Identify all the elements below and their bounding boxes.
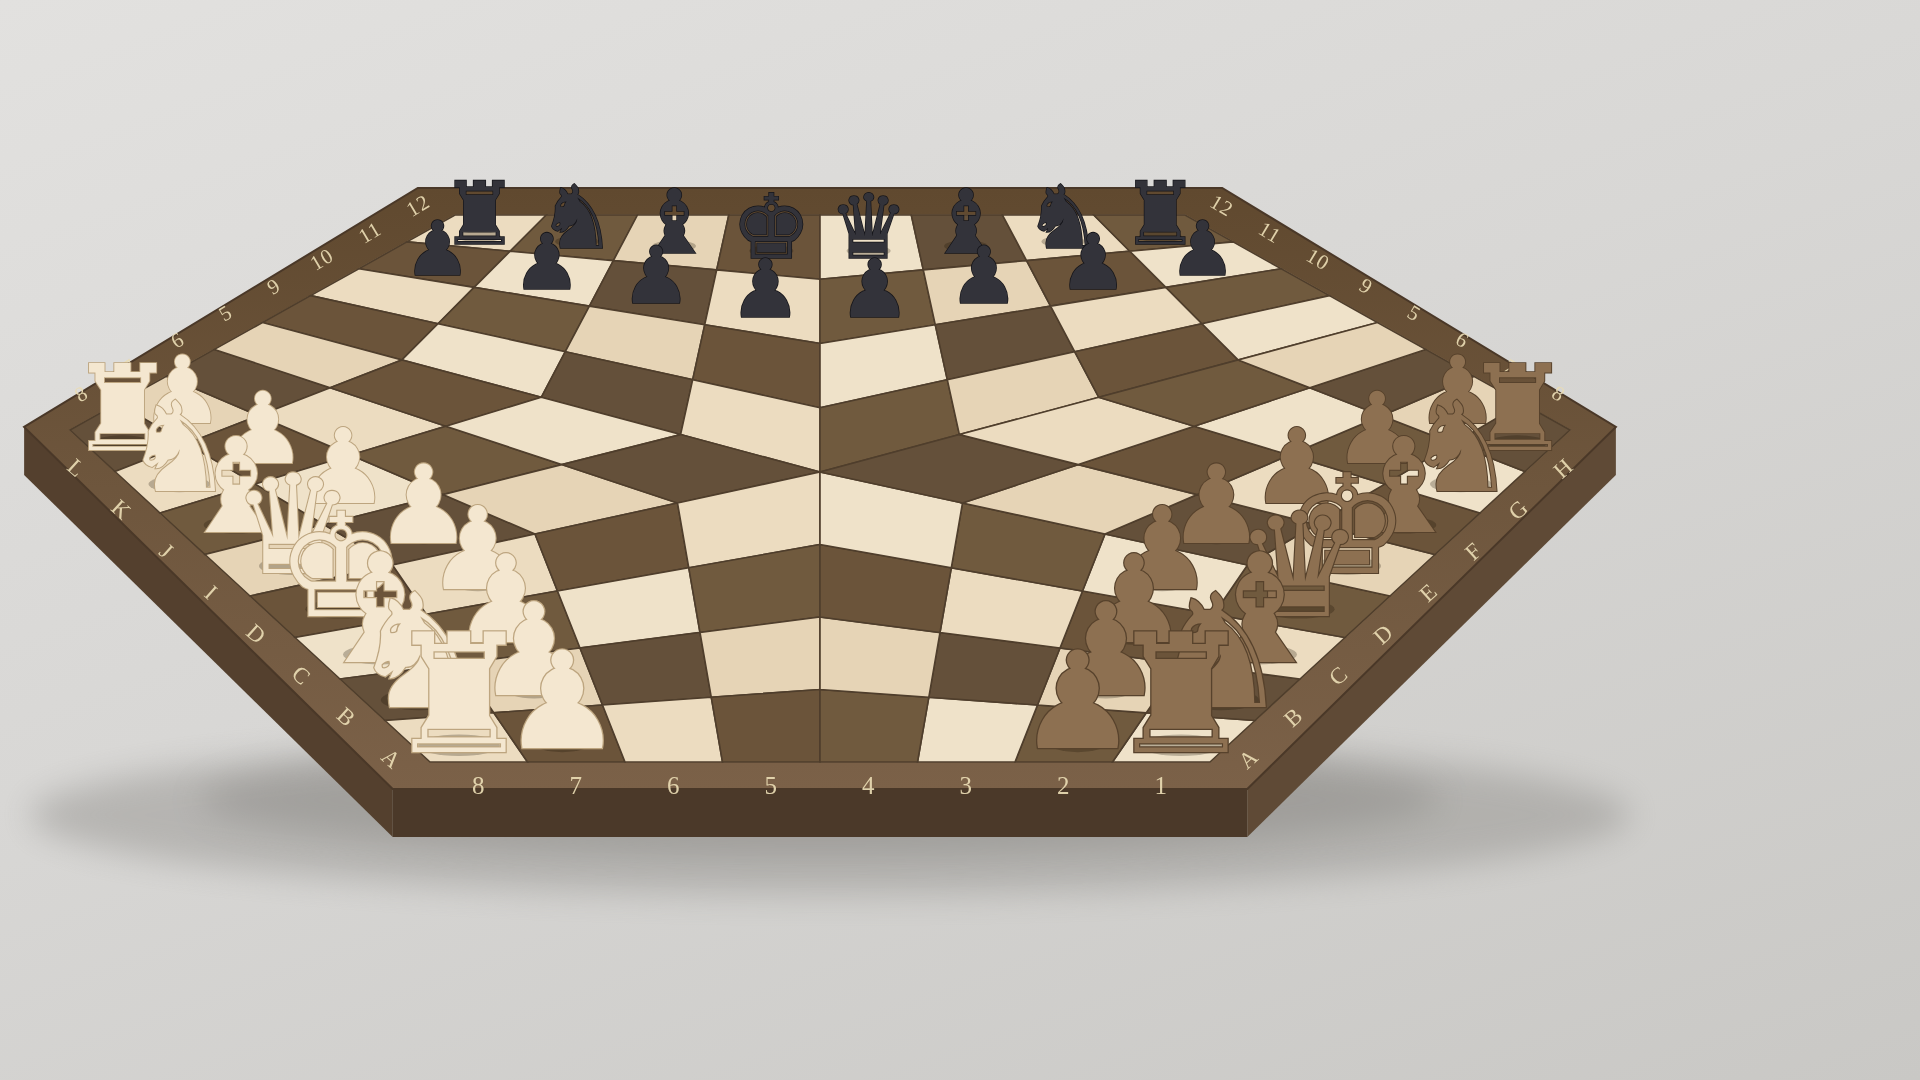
- edge-label-2-3: 3: [960, 772, 974, 799]
- edge-label-2-5: 5: [765, 772, 779, 799]
- piece-black-pawn-2[interactable]: ♟: [621, 230, 692, 322]
- piece-black-pawn-5[interactable]: ♟: [949, 230, 1020, 322]
- cell-brown-0-3[interactable]: [820, 690, 929, 763]
- cell-white-7-3[interactable]: [711, 690, 820, 763]
- piece-black-pawn-3[interactable]: ♟: [729, 242, 801, 336]
- piece-black-pawn-4[interactable]: ♟: [838, 242, 910, 336]
- piece-white-r-7[interactable]: ♜: [385, 599, 533, 791]
- bevel-front-face: [393, 789, 1248, 837]
- edge-label-2-4: 4: [862, 772, 876, 799]
- piece-black-pawn-0[interactable]: ♟: [404, 205, 472, 293]
- piece-black-pawn-7[interactable]: ♟: [1169, 205, 1237, 293]
- piece-brown-r-0[interactable]: ♜: [1107, 599, 1255, 791]
- edge-label-2-6: 6: [667, 772, 681, 799]
- board-render: 121110956781211109567887654321LKJIDCBAAB…: [0, 0, 1920, 1080]
- piece-black-pawn-6[interactable]: ♟: [1059, 217, 1128, 307]
- piece-black-pawn-1[interactable]: ♟: [512, 217, 581, 307]
- studio-background: 121110956781211109567887654321LKJIDCBAAB…: [0, 0, 1920, 1080]
